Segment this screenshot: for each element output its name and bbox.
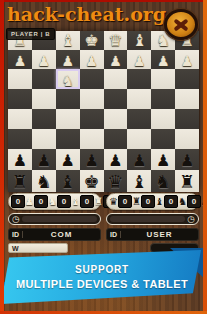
square-h7[interactable]: ♟: [8, 149, 32, 170]
bishop-icon: ♝: [71, 197, 80, 207]
square-f1[interactable]: ♝: [56, 31, 80, 50]
player-id-row-user: ID USER: [106, 228, 199, 241]
clock-icon: ◷: [12, 215, 20, 224]
square-c4[interactable]: [127, 89, 151, 109]
square-b7[interactable]: ♟: [151, 149, 175, 170]
captured-counter-strip-user: ♛0♜0♝0♞0♟0: [106, 193, 199, 210]
square-e6[interactable]: [80, 129, 104, 149]
captured-count-queen: 0: [118, 195, 132, 208]
app-screen: hack-cheat.org PLAYER | B ♜♝♚♛♝♞♜♟♟♟♟♟♟♟…: [0, 0, 207, 314]
square-b8[interactable]: ♞: [151, 170, 175, 192]
square-f2[interactable]: ♟: [56, 50, 80, 69]
square-g8[interactable]: ♞: [32, 170, 56, 192]
timer-track: [110, 216, 185, 222]
id-label: ID: [107, 231, 121, 238]
square-e5[interactable]: [80, 109, 104, 129]
piece-black-king: ♚: [83, 173, 99, 192]
captured-count-pawn: 0: [11, 195, 25, 208]
square-b2[interactable]: ♟: [151, 50, 175, 69]
knight-icon: ♞: [178, 197, 187, 207]
square-e8[interactable]: ♚: [80, 170, 104, 192]
close-button[interactable]: [164, 9, 198, 40]
square-g4[interactable]: [32, 89, 56, 109]
player-badge: PLAYER | B: [6, 28, 55, 40]
square-b5[interactable]: [151, 109, 175, 129]
id-label: ID: [9, 231, 23, 238]
square-d5[interactable]: [104, 109, 128, 129]
rook-icon: ♜: [132, 197, 141, 207]
piece-black-bishop: ♝: [131, 173, 147, 192]
square-e3[interactable]: [80, 69, 104, 89]
promo-banner: SUPPORT MULTIPLE DEVICES & TABLET: [0, 246, 207, 308]
square-a5[interactable]: [175, 109, 199, 129]
piece-white-pawn: ♟: [85, 54, 98, 69]
captured-count-rook: 0: [80, 195, 94, 208]
piece-white-pawn: ♟: [38, 54, 51, 69]
timer-track: [22, 216, 97, 222]
piece-black-pawn: ♟: [132, 153, 146, 170]
square-f6[interactable]: [56, 129, 80, 149]
captured-count-bishop: 0: [164, 195, 178, 208]
square-h2[interactable]: ♟: [8, 50, 32, 69]
square-b3[interactable]: [151, 69, 175, 89]
square-f8[interactable]: ♝: [56, 170, 80, 192]
square-f7[interactable]: ♟: [56, 149, 80, 170]
square-e4[interactable]: [80, 89, 104, 109]
square-f5[interactable]: [56, 109, 80, 129]
piece-white-pawn: ♟: [133, 54, 146, 69]
square-c3[interactable]: [127, 69, 151, 89]
chess-board: ♜♝♚♛♝♞♜♟♟♟♟♟♟♟♟♞♟♟♟♟♟♟♟♟♜♞♝♚♛♝♞♜: [8, 31, 199, 192]
piece-black-pawn: ♟: [61, 153, 75, 170]
square-b6[interactable]: [151, 129, 175, 149]
piece-white-bishop: ♝: [132, 33, 146, 50]
square-a4[interactable]: [175, 89, 199, 109]
frame-border-left: [0, 0, 4, 314]
square-d3[interactable]: [104, 69, 128, 89]
queen-icon: ♛: [109, 197, 118, 207]
piece-white-knight: ♞: [61, 74, 74, 89]
piece-black-knight: ♞: [155, 173, 171, 192]
square-e7[interactable]: ♟: [80, 149, 104, 170]
captured-count-bishop: 0: [57, 195, 71, 208]
banner-line1: SUPPORT: [75, 264, 129, 275]
timer-bar-com: ◷: [8, 213, 101, 225]
square-c1[interactable]: ♝: [127, 31, 151, 50]
timer-bar-user: ◷: [106, 213, 199, 225]
square-h8[interactable]: ♜: [8, 170, 32, 192]
captured-count-knight: 0: [34, 195, 48, 208]
piece-white-king: ♚: [84, 33, 98, 50]
piece-black-bishop: ♝: [60, 173, 76, 192]
square-h5[interactable]: [8, 109, 32, 129]
square-h6[interactable]: [8, 129, 32, 149]
frame-border-right: [203, 0, 207, 314]
player-name: COM: [23, 230, 100, 239]
piece-black-pawn: ♟: [13, 153, 27, 170]
square-d2[interactable]: ♟: [104, 50, 128, 69]
square-f3[interactable]: ♞: [56, 69, 80, 89]
square-a6[interactable]: [175, 129, 199, 149]
square-g3[interactable]: [32, 69, 56, 89]
square-a2[interactable]: ♟: [175, 50, 199, 69]
square-c2[interactable]: ♟: [127, 50, 151, 69]
square-b4[interactable]: [151, 89, 175, 109]
clock-icon: ◷: [187, 215, 195, 224]
piece-black-pawn: ♟: [37, 153, 51, 170]
square-g6[interactable]: [32, 129, 56, 149]
piece-white-pawn: ♟: [61, 54, 74, 69]
banner-ribbon: SUPPORT MULTIPLE DEVICES & TABLET: [1, 250, 203, 304]
square-g5[interactable]: [32, 109, 56, 129]
square-c5[interactable]: [127, 109, 151, 129]
piece-black-rook: ♜: [179, 173, 195, 192]
bishop-icon: ♝: [155, 197, 164, 207]
square-h4[interactable]: [8, 89, 32, 109]
square-c8[interactable]: ♝: [127, 170, 151, 192]
square-c7[interactable]: ♟: [127, 149, 151, 170]
captured-count-knight: 0: [187, 195, 201, 208]
knight-icon: ♞: [48, 197, 57, 207]
player-id-row-com: ID COM: [8, 228, 101, 241]
piece-black-rook: ♜: [12, 173, 28, 192]
banner-line2: MULTIPLE DEVICES & TABLET: [16, 278, 188, 290]
piece-white-bishop: ♝: [61, 33, 75, 50]
square-a8[interactable]: ♜: [175, 170, 199, 192]
square-c6[interactable]: [127, 129, 151, 149]
square-e2[interactable]: ♟: [80, 50, 104, 69]
square-g2[interactable]: ♟: [32, 50, 56, 69]
square-a7[interactable]: ♟: [175, 149, 199, 170]
watermark-text: hack-cheat.org: [7, 3, 166, 25]
piece-white-pawn: ♟: [109, 54, 122, 69]
square-d8[interactable]: ♛: [104, 170, 128, 192]
square-h3[interactable]: [8, 69, 32, 89]
square-d6[interactable]: [104, 129, 128, 149]
captured-counter-strip-com: 0♟0♞0♝0♜0♛: [8, 193, 101, 210]
rook-icon: ♜: [94, 197, 103, 207]
piece-black-queen: ♛: [107, 173, 123, 192]
square-d7[interactable]: ♟: [104, 149, 128, 170]
piece-black-knight: ♞: [36, 173, 52, 192]
piece-black-pawn: ♟: [108, 153, 122, 170]
piece-white-queen: ♛: [108, 33, 122, 50]
piece-white-pawn: ♟: [181, 54, 194, 69]
square-d4[interactable]: [104, 89, 128, 109]
player-name: USER: [121, 230, 198, 239]
captured-count-rook: 0: [141, 195, 155, 208]
pawn-icon: ♟: [25, 197, 34, 207]
square-e1[interactable]: ♚: [80, 31, 104, 50]
square-f4[interactable]: [56, 89, 80, 109]
piece-black-pawn: ♟: [84, 153, 98, 170]
square-d1[interactable]: ♛: [104, 31, 128, 50]
piece-white-pawn: ♟: [157, 54, 170, 69]
frame-border-top: [0, 0, 207, 2]
piece-white-pawn: ♟: [14, 54, 27, 69]
piece-black-pawn: ♟: [180, 153, 194, 170]
piece-black-pawn: ♟: [156, 153, 170, 170]
square-a3[interactable]: [175, 69, 199, 89]
square-g7[interactable]: ♟: [32, 149, 56, 170]
